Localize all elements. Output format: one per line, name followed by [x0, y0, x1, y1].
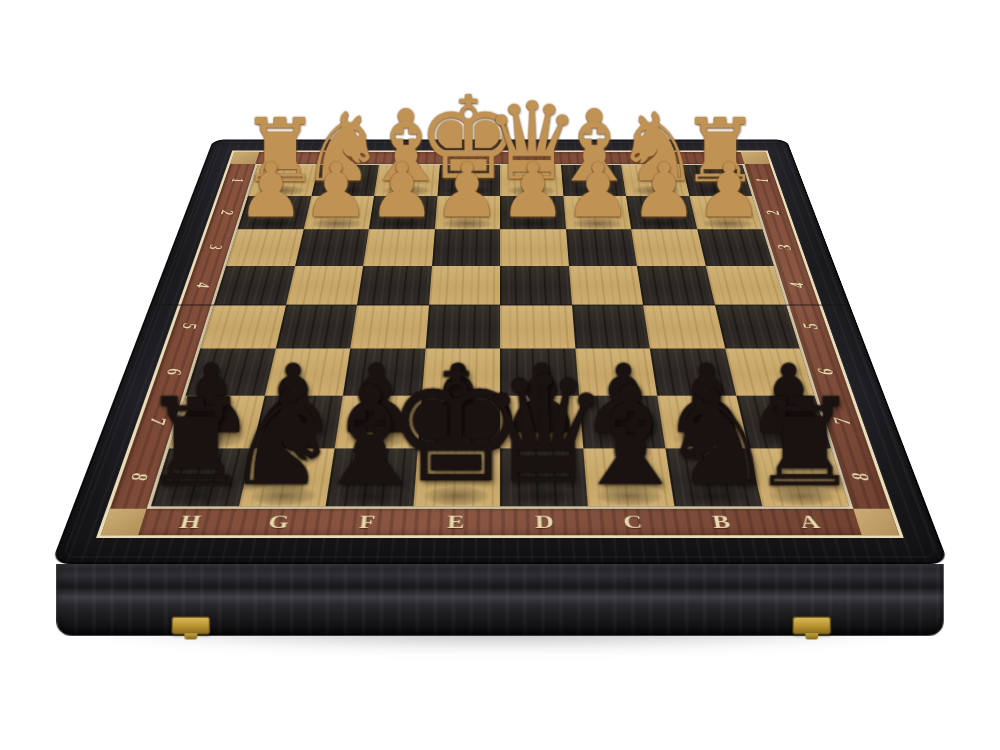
cell-g3 — [295, 229, 369, 265]
cell-a5 — [715, 305, 800, 348]
cell-b3 — [631, 229, 705, 265]
cell-f3 — [363, 229, 434, 265]
rank-label-left-1: 1 — [204, 174, 270, 187]
rank-label-left-4: 4 — [165, 277, 240, 294]
white-pawn-g2[interactable]: ♟ — [303, 153, 370, 228]
cell-f2: ♟ — [369, 196, 437, 229]
black-rook-a8[interactable]: ♜ — [750, 383, 859, 505]
cell-d2: ♟ — [500, 196, 566, 229]
rank-label-right-2: 2 — [739, 205, 808, 219]
cell-g5 — [275, 305, 357, 348]
rank-label-right-1: 1 — [730, 174, 796, 187]
cell-g2: ♟ — [303, 196, 374, 229]
brass-latch-left[interactable] — [172, 617, 210, 635]
cell-c5 — [572, 305, 650, 348]
cell-c3 — [566, 229, 637, 265]
cell-e3 — [432, 229, 500, 265]
cell-e2: ♟ — [434, 196, 500, 229]
cell-a8: ♜ — [748, 448, 849, 506]
rank-label-right-3: 3 — [749, 240, 821, 255]
chess-board: 12345678 12345678 HGFEDCBA ♜♞♝♚♛♝♞♜♟♟♟♟♟… — [51, 140, 949, 564]
cell-c2: ♟ — [563, 196, 631, 229]
cell-b2: ♟ — [626, 196, 697, 229]
cell-b5 — [643, 305, 725, 348]
white-pawn-f2[interactable]: ♟ — [368, 153, 435, 228]
photo-scene: 12345678 12345678 HGFEDCBA ♜♞♝♚♛♝♞♜♟♟♟♟♟… — [0, 0, 1000, 750]
rank-label-left-3: 3 — [179, 240, 251, 255]
cell-h5 — [201, 305, 286, 348]
brass-latch-right[interactable] — [793, 617, 831, 635]
cell-b8: ♞ — [665, 448, 761, 506]
rank-label-left-2: 2 — [192, 205, 261, 219]
white-pawn-d2[interactable]: ♟ — [499, 153, 566, 228]
box-front-edge — [56, 564, 944, 636]
cell-d3 — [500, 229, 568, 265]
white-pawn-e2[interactable]: ♟ — [434, 153, 501, 228]
white-pawn-b2[interactable]: ♟ — [630, 153, 697, 228]
white-pawn-c2[interactable]: ♟ — [565, 153, 632, 228]
rank-label-right-4: 4 — [760, 277, 835, 294]
